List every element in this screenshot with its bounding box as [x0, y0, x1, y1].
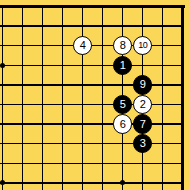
- stone-black-1-Q16: 1: [113, 56, 132, 75]
- stone-black-9-R15: 9: [133, 75, 152, 94]
- stone-white-6-Q13: 6: [113, 114, 132, 133]
- go-board-stones: 12345678910: [0, 0, 190, 190]
- stone-white-10-R17: 10: [133, 36, 152, 55]
- go-board-diagram: 12345678910: [0, 0, 190, 190]
- stone-white-4-O17: 4: [73, 36, 92, 55]
- stone-white-8-Q17: 8: [113, 36, 132, 55]
- stone-black-5-Q14: 5: [113, 95, 132, 114]
- stone-black-3-R12: 3: [133, 134, 152, 153]
- stone-black-7-R13: 7: [133, 114, 152, 133]
- stone-white-2-R14: 2: [133, 95, 152, 114]
